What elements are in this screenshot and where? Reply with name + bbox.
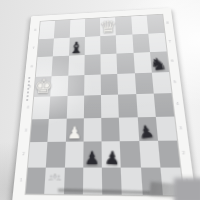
rank-label-5: 5 (173, 80, 176, 84)
rank-label-8: 8 (34, 29, 36, 32)
border-brand-text (26, 77, 30, 101)
rank-label-2: 2 (22, 152, 25, 156)
square-b6 (52, 56, 69, 76)
rank-label-4: 4 (26, 106, 29, 110)
square-a7 (38, 38, 55, 57)
square-h4 (153, 93, 174, 116)
square-e7 (100, 35, 116, 54)
square-h3 (156, 116, 177, 141)
rank-label-2: 2 (182, 151, 186, 156)
vinyl-board-sheet: ♛♝♞♚♟♟♟♟ abcdefgh 87654321 87654321 (11, 8, 198, 200)
black-knight: ♞ (149, 54, 169, 72)
square-h5 (152, 72, 172, 94)
rank-label-1: 1 (20, 178, 23, 183)
square-g8 (131, 16, 148, 35)
square-d8 (85, 18, 101, 36)
rank-label-6: 6 (30, 65, 33, 69)
square-e8: ♛ (100, 17, 116, 35)
rank-label-3: 3 (24, 128, 27, 132)
square-f5 (117, 73, 135, 95)
square-d6 (84, 54, 101, 74)
rank-label-4: 4 (176, 102, 179, 106)
square-d3 (83, 117, 101, 141)
square-e3 (101, 117, 120, 141)
rank-label-7: 7 (168, 40, 171, 43)
square-h7 (148, 32, 167, 52)
black-bishop: ♝ (69, 40, 85, 56)
rank-label-7: 7 (32, 46, 35, 49)
square-f2 (120, 141, 140, 167)
square-c4 (66, 96, 84, 119)
square-f8 (115, 16, 132, 35)
square-d2: ♟ (83, 141, 102, 167)
square-b3 (48, 118, 67, 142)
square-a1 (26, 167, 46, 194)
square-a2 (28, 142, 48, 167)
square-c7: ♝ (69, 37, 85, 56)
black-pawn: ♟ (85, 149, 101, 167)
square-b4 (49, 96, 67, 118)
compass-ornament-icon (47, 173, 62, 189)
square-b2 (46, 142, 65, 167)
square-e2: ♟ (102, 141, 121, 167)
square-a3 (30, 118, 49, 142)
square-h2 (158, 141, 180, 167)
square-g3: ♟ (137, 116, 158, 141)
rank-label-3: 3 (179, 126, 182, 130)
square-b8 (54, 20, 70, 38)
black-pawn: ♟ (137, 123, 156, 142)
square-e6 (100, 54, 117, 74)
square-d7 (84, 36, 100, 55)
square-c2 (64, 142, 83, 167)
square-h6: ♞ (150, 51, 169, 72)
black-pawn: ♟ (103, 149, 119, 168)
board-grid: ♛♝♞♚♟♟♟♟ (26, 15, 184, 196)
square-d5 (84, 74, 101, 95)
chessboard-photo: ♛♝♞♚♟♟♟♟ abcdefgh 87654321 87654321 (0, 0, 200, 200)
square-a6 (36, 56, 53, 76)
square-c6 (68, 55, 85, 75)
rank-label-8: 8 (166, 22, 169, 25)
square-f3 (119, 117, 139, 141)
square-b7 (53, 37, 69, 56)
square-a8 (39, 21, 55, 39)
square-e4 (101, 95, 119, 118)
square-c5 (67, 75, 84, 96)
white-pawn: ♟ (67, 125, 82, 142)
square-g2 (139, 141, 160, 167)
square-g7 (132, 33, 150, 53)
white-king: ♚ (33, 77, 53, 97)
square-c8 (69, 19, 85, 37)
square-d4 (84, 95, 102, 118)
square-g4 (136, 94, 156, 117)
square-a5: ♚ (34, 76, 52, 97)
square-h8 (146, 15, 164, 34)
square-a4 (32, 96, 50, 118)
rank-label-6: 6 (171, 59, 174, 63)
square-f6 (117, 53, 135, 74)
square-c3: ♟ (65, 118, 83, 142)
square-g5 (134, 72, 153, 94)
square-e5 (101, 73, 119, 95)
square-f7 (116, 34, 133, 53)
white-queen: ♛ (99, 18, 117, 36)
square-f4 (118, 94, 137, 117)
background-shadow-corner (174, 178, 200, 200)
